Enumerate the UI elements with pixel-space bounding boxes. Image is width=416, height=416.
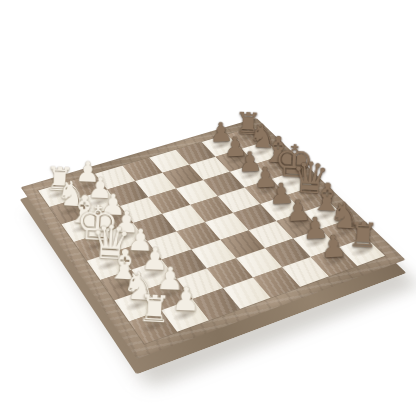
brown-rook-h8: ♜	[220, 107, 276, 140]
chess-board: ♜♟♟♜♞♟♟♞♝♟♟♝♚♟♟♚♛♟♟♛♝♟♟♝♞♟♟♞♜♟♟♜	[21, 118, 406, 359]
square-c2: ♟	[131, 259, 176, 289]
position-caption: Marble chess set, white onyx versus brow…	[0, 0, 1, 1]
product-photo-stage: ♜♟♟♜♞♟♟♞♝♟♟♝♚♟♟♚♛♟♟♛♝♟♟♝♞♟♟♞♜♟♟♜ Marble …	[0, 0, 416, 416]
board-frame: ♜♟♟♜♞♟♟♞♝♟♟♝♚♟♟♚♛♟♟♛♝♟♟♝♞♟♟♞♜♟♟♜	[21, 118, 406, 359]
chessboard-scene: ♜♟♟♜♞♟♟♞♝♟♟♝♚♟♟♚♛♟♟♛♝♟♟♝♞♟♟♞♜♟♟♜	[63, 80, 347, 364]
